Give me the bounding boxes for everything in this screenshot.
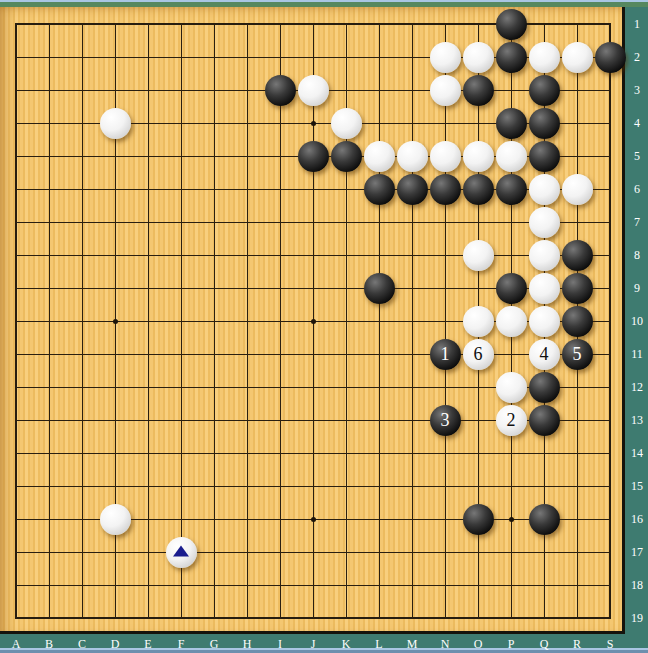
white-stone-q10[interactable] — [529, 306, 560, 337]
star-point-j10 — [311, 319, 316, 324]
grid-horizontal-line — [16, 255, 611, 256]
black-stone-n13[interactable]: 3 — [430, 405, 461, 436]
row-label-18: 18 — [626, 578, 648, 592]
row-label-11: 11 — [626, 347, 648, 361]
black-stone-p4[interactable] — [496, 108, 527, 139]
grid-horizontal-line — [16, 486, 611, 487]
row-label-9: 9 — [626, 281, 648, 295]
column-label-k: K — [336, 637, 356, 651]
triangle-mark-icon — [173, 546, 189, 557]
row-label-10: 10 — [626, 314, 648, 328]
black-stone-o3[interactable] — [463, 75, 494, 106]
black-stone-q3[interactable] — [529, 75, 560, 106]
grid-horizontal-line — [16, 552, 611, 553]
white-stone-k4[interactable] — [331, 108, 362, 139]
column-label-a: A — [6, 637, 26, 651]
white-stone-n2[interactable] — [430, 42, 461, 73]
black-stone-n6[interactable] — [430, 174, 461, 205]
black-stone-k5[interactable] — [331, 141, 362, 172]
grid-vertical-line — [280, 24, 281, 619]
row-label-7: 7 — [626, 215, 648, 229]
row-label-3: 3 — [626, 83, 648, 97]
black-stone-l6[interactable] — [364, 174, 395, 205]
black-stone-r9[interactable] — [562, 273, 593, 304]
grid-horizontal-line — [16, 453, 611, 454]
white-stone-q6[interactable] — [529, 174, 560, 205]
white-stone-d4[interactable] — [100, 108, 131, 139]
white-stone-o2[interactable] — [463, 42, 494, 73]
grid-vertical-line — [82, 24, 83, 619]
white-stone-j3[interactable] — [298, 75, 329, 106]
white-stone-o5[interactable] — [463, 141, 494, 172]
star-point-p16 — [509, 517, 514, 522]
column-label-c: C — [72, 637, 92, 651]
white-stone-f17[interactable] — [166, 537, 197, 568]
row-label-16: 16 — [626, 512, 648, 526]
black-stone-p1[interactable] — [496, 9, 527, 40]
white-stone-p13[interactable]: 2 — [496, 405, 527, 436]
grid-vertical-line — [379, 24, 380, 619]
black-stone-r8[interactable] — [562, 240, 593, 271]
row-label-4: 4 — [626, 116, 648, 130]
black-stone-i3[interactable] — [265, 75, 296, 106]
grid-horizontal-line — [16, 222, 611, 223]
black-stone-l9[interactable] — [364, 273, 395, 304]
grid-vertical-line — [214, 24, 215, 619]
black-stone-q5[interactable] — [529, 141, 560, 172]
white-stone-q7[interactable] — [529, 207, 560, 238]
row-label-8: 8 — [626, 248, 648, 262]
column-label-o: O — [468, 637, 488, 651]
black-stone-q13[interactable] — [529, 405, 560, 436]
row-label-1: 1 — [626, 17, 648, 31]
column-label-q: Q — [534, 637, 554, 651]
star-point-j16 — [311, 517, 316, 522]
white-stone-o10[interactable] — [463, 306, 494, 337]
column-label-n: N — [435, 637, 455, 651]
row-label-13: 13 — [626, 413, 648, 427]
white-stone-o8[interactable] — [463, 240, 494, 271]
grid-vertical-line — [181, 24, 182, 619]
move-number-label-n13: 3 — [441, 411, 450, 429]
black-stone-r10[interactable] — [562, 306, 593, 337]
column-label-f: F — [171, 637, 191, 651]
black-stone-q4[interactable] — [529, 108, 560, 139]
black-stone-p9[interactable] — [496, 273, 527, 304]
column-label-b: B — [39, 637, 59, 651]
column-label-p: P — [501, 637, 521, 651]
row-label-14: 14 — [626, 446, 648, 460]
grid-vertical-line — [148, 24, 149, 619]
white-stone-m5[interactable] — [397, 141, 428, 172]
column-label-s: S — [600, 637, 620, 651]
move-number-label-p13: 2 — [507, 411, 516, 429]
white-stone-r6[interactable] — [562, 174, 593, 205]
white-stone-q11[interactable]: 4 — [529, 339, 560, 370]
black-stone-j5[interactable] — [298, 141, 329, 172]
white-stone-d16[interactable] — [100, 504, 131, 535]
black-stone-n11[interactable]: 1 — [430, 339, 461, 370]
white-stone-q2[interactable] — [529, 42, 560, 73]
grid-horizontal-line — [16, 354, 611, 355]
black-stone-p2[interactable] — [496, 42, 527, 73]
move-number-label-q11: 4 — [540, 345, 549, 363]
move-number-label-r11: 5 — [573, 345, 582, 363]
white-stone-n3[interactable] — [430, 75, 461, 106]
column-label-i: I — [270, 637, 290, 651]
grid-vertical-line — [412, 24, 413, 619]
white-stone-q9[interactable] — [529, 273, 560, 304]
column-label-h: H — [237, 637, 257, 651]
column-label-e: E — [138, 637, 158, 651]
white-stone-p5[interactable] — [496, 141, 527, 172]
grid-vertical-line — [247, 24, 248, 619]
row-label-2: 2 — [626, 50, 648, 64]
column-label-g: G — [204, 637, 224, 651]
white-stone-l5[interactable] — [364, 141, 395, 172]
row-label-19: 19 — [626, 611, 648, 625]
white-stone-n5[interactable] — [430, 141, 461, 172]
grid-vertical-line — [49, 24, 50, 619]
row-label-17: 17 — [626, 545, 648, 559]
white-stone-p12[interactable] — [496, 372, 527, 403]
move-number-label-o11: 6 — [474, 345, 483, 363]
black-stone-r11[interactable]: 5 — [562, 339, 593, 370]
grid-horizontal-line — [16, 585, 611, 586]
black-stone-o6[interactable] — [463, 174, 494, 205]
row-label-6: 6 — [626, 182, 648, 196]
column-label-d: D — [105, 637, 125, 651]
white-stone-r2[interactable] — [562, 42, 593, 73]
move-number-label-n11: 1 — [441, 345, 450, 363]
white-stone-q8[interactable] — [529, 240, 560, 271]
row-label-15: 15 — [626, 479, 648, 493]
column-label-r: R — [567, 637, 587, 651]
column-label-l: L — [369, 637, 389, 651]
grid-vertical-line — [445, 24, 446, 619]
go-game-screen: 164532 12345678910111213141516171819ABCD… — [0, 0, 648, 653]
row-label-5: 5 — [626, 149, 648, 163]
black-stone-q12[interactable] — [529, 372, 560, 403]
column-label-j: J — [303, 637, 323, 651]
star-point-j4 — [311, 121, 316, 126]
star-point-d10 — [113, 319, 118, 324]
black-stone-s2[interactable] — [595, 42, 626, 73]
black-stone-q16[interactable] — [529, 504, 560, 535]
column-label-m: M — [402, 637, 422, 651]
black-stone-o16[interactable] — [463, 504, 494, 535]
row-label-12: 12 — [626, 380, 648, 394]
white-stone-o11[interactable]: 6 — [463, 339, 494, 370]
black-stone-m6[interactable] — [397, 174, 428, 205]
black-stone-p6[interactable] — [496, 174, 527, 205]
white-stone-p10[interactable] — [496, 306, 527, 337]
goban[interactable]: 164532 — [0, 7, 625, 634]
